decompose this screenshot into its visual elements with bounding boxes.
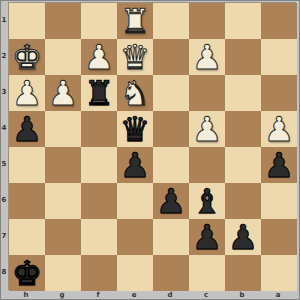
square-b8[interactable]	[225, 255, 261, 291]
file-label-h: h	[8, 291, 44, 300]
square-a6[interactable]	[261, 183, 297, 219]
chess-board: ♜♚♟♛♟♟♟♜♞♟♛♟♟♟♟♟♝♟♟♚	[8, 2, 296, 290]
piece-black-pawn-e5[interactable]: ♟	[117, 147, 153, 183]
piece-black-pawn-c7[interactable]: ♟	[189, 219, 225, 255]
square-h8[interactable]: ♚	[9, 255, 45, 291]
square-b7[interactable]: ♟	[225, 219, 261, 255]
square-a4[interactable]: ♟	[261, 111, 297, 147]
file-label-b: b	[224, 291, 260, 300]
rank-label-4: 4	[0, 123, 8, 133]
square-b2[interactable]	[225, 39, 261, 75]
square-c1[interactable]	[189, 3, 225, 39]
rank-label-5: 5	[0, 159, 8, 169]
square-d6[interactable]: ♟	[153, 183, 189, 219]
file-label-a: a	[260, 291, 296, 300]
square-d5[interactable]	[153, 147, 189, 183]
square-h3[interactable]: ♟	[9, 75, 45, 111]
piece-black-queen-e4[interactable]: ♛	[117, 111, 153, 147]
piece-white-knight-e3[interactable]: ♞	[117, 75, 153, 111]
square-h6[interactable]	[9, 183, 45, 219]
square-g1[interactable]	[45, 3, 81, 39]
rank-label-7: 7	[0, 231, 8, 241]
piece-white-queen-e2[interactable]: ♛	[117, 39, 153, 75]
rank-label-8: 8	[0, 267, 8, 277]
square-a1[interactable]	[261, 3, 297, 39]
square-d1[interactable]	[153, 3, 189, 39]
rank-label-3: 3	[0, 87, 8, 97]
square-g7[interactable]	[45, 219, 81, 255]
square-d3[interactable]	[153, 75, 189, 111]
square-f7[interactable]	[81, 219, 117, 255]
square-a5[interactable]: ♟	[261, 147, 297, 183]
square-f4[interactable]	[81, 111, 117, 147]
square-b5[interactable]	[225, 147, 261, 183]
square-g8[interactable]	[45, 255, 81, 291]
square-h2[interactable]: ♚	[9, 39, 45, 75]
rank-label-2: 2	[0, 51, 8, 61]
square-c2[interactable]: ♟	[189, 39, 225, 75]
piece-white-pawn-f2[interactable]: ♟	[81, 39, 117, 75]
square-f1[interactable]	[81, 3, 117, 39]
chess-diagram: ♜♚♟♛♟♟♟♜♞♟♛♟♟♟♟♟♝♟♟♚ 12345678hgfedcba	[0, 0, 300, 300]
file-label-c: c	[188, 291, 224, 300]
piece-white-pawn-h3[interactable]: ♟	[9, 75, 45, 111]
rank-label-1: 1	[0, 15, 8, 25]
square-f5[interactable]	[81, 147, 117, 183]
square-f8[interactable]	[81, 255, 117, 291]
square-c5[interactable]	[189, 147, 225, 183]
square-h1[interactable]	[9, 3, 45, 39]
piece-black-pawn-b7[interactable]: ♟	[225, 219, 261, 255]
piece-white-pawn-g3[interactable]: ♟	[45, 75, 81, 111]
piece-black-pawn-d6[interactable]: ♟	[153, 183, 189, 219]
square-a3[interactable]	[261, 75, 297, 111]
square-g5[interactable]	[45, 147, 81, 183]
square-c3[interactable]	[189, 75, 225, 111]
square-e3[interactable]: ♞	[117, 75, 153, 111]
square-h4[interactable]: ♟	[9, 111, 45, 147]
piece-white-rook-e1[interactable]: ♜	[117, 3, 153, 39]
piece-black-pawn-h4[interactable]: ♟	[9, 111, 45, 147]
square-e7[interactable]	[117, 219, 153, 255]
square-c6[interactable]: ♝	[189, 183, 225, 219]
square-g4[interactable]	[45, 111, 81, 147]
square-e5[interactable]: ♟	[117, 147, 153, 183]
square-f6[interactable]	[81, 183, 117, 219]
square-e8[interactable]	[117, 255, 153, 291]
square-a7[interactable]	[261, 219, 297, 255]
piece-black-bishop-c6[interactable]: ♝	[189, 183, 225, 219]
rank-label-6: 6	[0, 195, 8, 205]
square-b6[interactable]	[225, 183, 261, 219]
square-g2[interactable]	[45, 39, 81, 75]
square-f2[interactable]: ♟	[81, 39, 117, 75]
square-c4[interactable]: ♟	[189, 111, 225, 147]
square-h7[interactable]	[9, 219, 45, 255]
square-g3[interactable]: ♟	[45, 75, 81, 111]
piece-black-pawn-a5[interactable]: ♟	[261, 147, 297, 183]
square-d4[interactable]	[153, 111, 189, 147]
square-d8[interactable]	[153, 255, 189, 291]
square-h5[interactable]	[9, 147, 45, 183]
square-e1[interactable]: ♜	[117, 3, 153, 39]
piece-white-pawn-c4[interactable]: ♟	[189, 111, 225, 147]
square-a2[interactable]	[261, 39, 297, 75]
square-b3[interactable]	[225, 75, 261, 111]
piece-white-king-h2[interactable]: ♚	[9, 39, 45, 75]
square-c8[interactable]	[189, 255, 225, 291]
piece-black-rook-f3[interactable]: ♜	[81, 75, 117, 111]
square-g6[interactable]	[45, 183, 81, 219]
square-d2[interactable]	[153, 39, 189, 75]
piece-white-pawn-a4[interactable]: ♟	[261, 111, 297, 147]
piece-black-king-h8[interactable]: ♚	[9, 255, 45, 291]
file-label-e: e	[116, 291, 152, 300]
square-b4[interactable]	[225, 111, 261, 147]
file-label-f: f	[80, 291, 116, 300]
square-e4[interactable]: ♛	[117, 111, 153, 147]
file-label-d: d	[152, 291, 188, 300]
square-f3[interactable]: ♜	[81, 75, 117, 111]
square-e2[interactable]: ♛	[117, 39, 153, 75]
piece-white-pawn-c2[interactable]: ♟	[189, 39, 225, 75]
file-label-g: g	[44, 291, 80, 300]
square-d7[interactable]	[153, 219, 189, 255]
square-b1[interactable]	[225, 3, 261, 39]
square-a8[interactable]	[261, 255, 297, 291]
square-c7[interactable]: ♟	[189, 219, 225, 255]
square-e6[interactable]	[117, 183, 153, 219]
